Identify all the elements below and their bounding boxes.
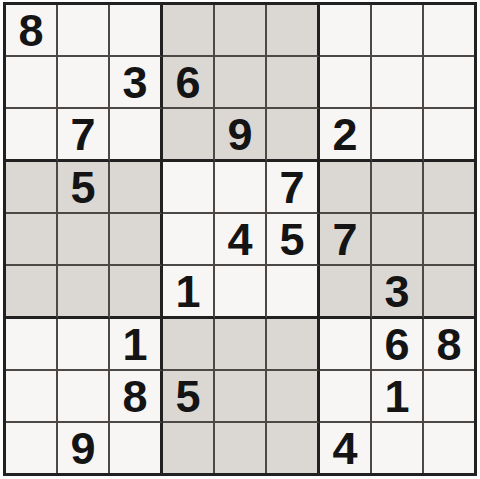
- cell-r1c9[interactable]: [424, 5, 474, 57]
- cell-r5c3[interactable]: [110, 214, 163, 266]
- cell-r2c4-given-6[interactable]: 6: [163, 57, 215, 109]
- cell-r1c1-given-8[interactable]: 8: [6, 5, 58, 57]
- cell-r7c9-given-8[interactable]: 8: [424, 319, 474, 371]
- cell-r6c6[interactable]: [267, 266, 320, 319]
- cell-r9c6[interactable]: [267, 423, 320, 473]
- cell-r3c7-given-2[interactable]: 2: [320, 109, 372, 162]
- cell-r3c1[interactable]: [6, 109, 58, 162]
- cell-r7c6[interactable]: [267, 319, 320, 371]
- cell-r7c2[interactable]: [58, 319, 110, 371]
- cell-r4c5[interactable]: [215, 162, 267, 214]
- cell-r2c9[interactable]: [424, 57, 474, 109]
- cell-r8c5[interactable]: [215, 371, 267, 423]
- cell-r4c8[interactable]: [372, 162, 424, 214]
- cell-r4c2-given-5[interactable]: 5: [58, 162, 110, 214]
- cell-r5c1[interactable]: [6, 214, 58, 266]
- cell-r9c8[interactable]: [372, 423, 424, 473]
- cell-r6c8-given-3[interactable]: 3: [372, 266, 424, 319]
- cell-r3c9[interactable]: [424, 109, 474, 162]
- cell-r3c8[interactable]: [372, 109, 424, 162]
- board-row-4: 57: [6, 162, 474, 214]
- cell-r5c8[interactable]: [372, 214, 424, 266]
- cell-r4c3[interactable]: [110, 162, 163, 214]
- cell-r1c4[interactable]: [163, 5, 215, 57]
- board-row-3: 792: [6, 109, 474, 162]
- cell-r4c4[interactable]: [163, 162, 215, 214]
- board-row-5: 457: [6, 214, 474, 266]
- cell-r4c9[interactable]: [424, 162, 474, 214]
- cell-r2c5[interactable]: [215, 57, 267, 109]
- board-row-9: 94: [6, 423, 474, 473]
- cell-r6c2[interactable]: [58, 266, 110, 319]
- cell-r2c3-given-3[interactable]: 3: [110, 57, 163, 109]
- cell-r5c9[interactable]: [424, 214, 474, 266]
- cell-r6c7[interactable]: [320, 266, 372, 319]
- cell-r2c1[interactable]: [6, 57, 58, 109]
- cell-r5c2[interactable]: [58, 214, 110, 266]
- cell-r3c4[interactable]: [163, 109, 215, 162]
- cell-r1c2[interactable]: [58, 5, 110, 57]
- cell-r8c7[interactable]: [320, 371, 372, 423]
- cell-r6c4-given-1[interactable]: 1: [163, 266, 215, 319]
- cell-r2c8[interactable]: [372, 57, 424, 109]
- cell-r1c7[interactable]: [320, 5, 372, 57]
- cell-r8c9[interactable]: [424, 371, 474, 423]
- cell-r1c6[interactable]: [267, 5, 320, 57]
- cell-r9c7-given-4[interactable]: 4: [320, 423, 372, 473]
- cell-r7c7[interactable]: [320, 319, 372, 371]
- cell-r3c5-given-9[interactable]: 9: [215, 109, 267, 162]
- board-row-2: 36: [6, 57, 474, 109]
- cell-r7c8-given-6[interactable]: 6: [372, 319, 424, 371]
- cell-r8c2[interactable]: [58, 371, 110, 423]
- cell-r9c4[interactable]: [163, 423, 215, 473]
- board-row-8: 851: [6, 371, 474, 423]
- cell-r4c7[interactable]: [320, 162, 372, 214]
- cell-r8c4-given-5[interactable]: 5: [163, 371, 215, 423]
- cell-r7c5[interactable]: [215, 319, 267, 371]
- cell-r7c4[interactable]: [163, 319, 215, 371]
- cell-r8c3-given-8[interactable]: 8: [110, 371, 163, 423]
- cell-r9c5[interactable]: [215, 423, 267, 473]
- cell-r7c3-given-1[interactable]: 1: [110, 319, 163, 371]
- sudoku-board: 836792574571316885194: [3, 2, 477, 476]
- cell-r4c1[interactable]: [6, 162, 58, 214]
- cell-r4c6-given-7[interactable]: 7: [267, 162, 320, 214]
- cell-r8c1[interactable]: [6, 371, 58, 423]
- board-row-7: 168: [6, 319, 474, 371]
- cell-r2c6[interactable]: [267, 57, 320, 109]
- cell-r8c8-given-1[interactable]: 1: [372, 371, 424, 423]
- cell-r1c8[interactable]: [372, 5, 424, 57]
- cell-r5c6-given-5[interactable]: 5: [267, 214, 320, 266]
- cell-r2c7[interactable]: [320, 57, 372, 109]
- cell-r6c5[interactable]: [215, 266, 267, 319]
- cell-r9c2-given-9[interactable]: 9: [58, 423, 110, 473]
- cell-r2c2[interactable]: [58, 57, 110, 109]
- cell-r3c6[interactable]: [267, 109, 320, 162]
- cell-r5c7-given-7[interactable]: 7: [320, 214, 372, 266]
- cell-r6c1[interactable]: [6, 266, 58, 319]
- cell-r6c3[interactable]: [110, 266, 163, 319]
- cell-r9c1[interactable]: [6, 423, 58, 473]
- cell-r7c1[interactable]: [6, 319, 58, 371]
- cell-r1c3[interactable]: [110, 5, 163, 57]
- cell-r6c9[interactable]: [424, 266, 474, 319]
- board-row-1: 8: [6, 5, 474, 57]
- cell-r3c2-given-7[interactable]: 7: [58, 109, 110, 162]
- cell-r9c9[interactable]: [424, 423, 474, 473]
- board-row-6: 13: [6, 266, 474, 319]
- cell-r8c6[interactable]: [267, 371, 320, 423]
- cell-r5c5-given-4[interactable]: 4: [215, 214, 267, 266]
- cell-r5c4[interactable]: [163, 214, 215, 266]
- cell-r3c3[interactable]: [110, 109, 163, 162]
- cell-r1c5[interactable]: [215, 5, 267, 57]
- cell-r9c3[interactable]: [110, 423, 163, 473]
